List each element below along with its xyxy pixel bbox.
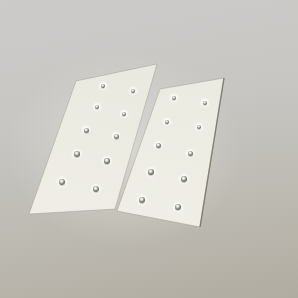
metal-stud bbox=[104, 158, 109, 163]
metal-stud bbox=[156, 143, 161, 148]
product-photo bbox=[0, 0, 298, 298]
metal-stud bbox=[93, 186, 99, 192]
metal-stud bbox=[148, 169, 153, 174]
metal-stud bbox=[188, 151, 193, 156]
metal-stud bbox=[181, 176, 186, 181]
metal-stud bbox=[114, 134, 119, 139]
metal-stud bbox=[59, 179, 65, 185]
metal-stud bbox=[175, 204, 181, 210]
metal-stud bbox=[74, 151, 79, 156]
metal-stud bbox=[139, 197, 145, 203]
metal-stud bbox=[84, 128, 89, 133]
